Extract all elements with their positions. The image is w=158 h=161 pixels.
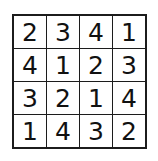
cell-r4c3: 3 xyxy=(80,115,112,147)
cell-r3c2: 2 xyxy=(47,82,79,114)
cell-r2c2: 1 xyxy=(47,49,79,81)
cell-r1c3: 4 xyxy=(80,16,112,48)
cell-r3c4: 4 xyxy=(113,82,145,114)
cell-r2c3: 2 xyxy=(80,49,112,81)
cell-r2c4: 3 xyxy=(113,49,145,81)
cell-r4c2: 4 xyxy=(47,115,79,147)
cell-r1c2: 3 xyxy=(47,16,79,48)
board-container: 2341412332141432 xyxy=(12,14,147,149)
cell-r3c1: 3 xyxy=(14,82,46,114)
cell-r1c1: 2 xyxy=(14,16,46,48)
cell-r1c4: 1 xyxy=(113,16,145,48)
cell-r4c4: 2 xyxy=(113,115,145,147)
cell-r4c1: 1 xyxy=(14,115,46,147)
cell-r2c1: 4 xyxy=(14,49,46,81)
cell-r3c3: 1 xyxy=(80,82,112,114)
board: 2341412332141432 xyxy=(12,14,147,149)
